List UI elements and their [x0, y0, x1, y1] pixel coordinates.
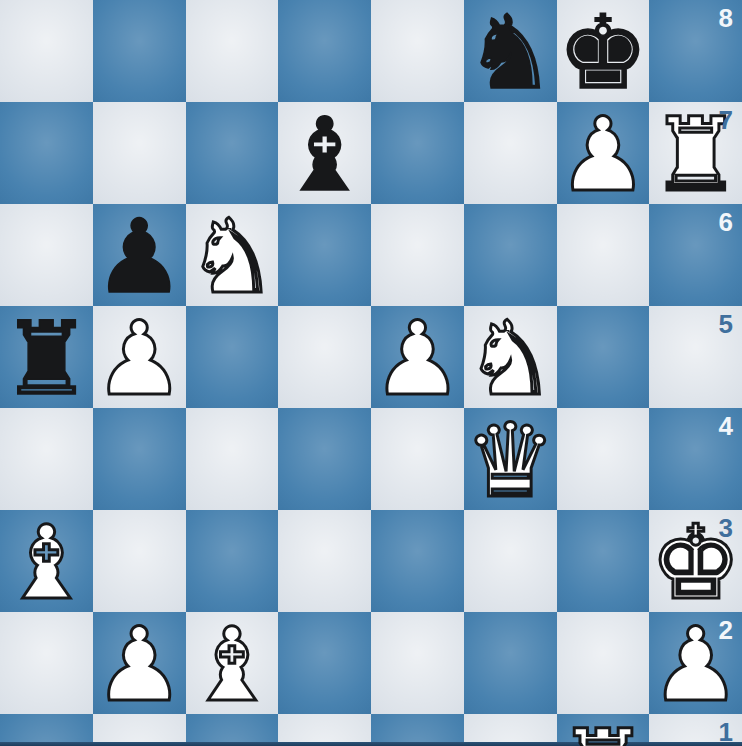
square-f6[interactable]: [464, 204, 557, 306]
piece-black-bishop[interactable]: ♝: [279, 104, 370, 206]
piece-white-knight[interactable]: ♞: [186, 206, 277, 308]
square-f8[interactable]: ♞: [464, 0, 557, 102]
square-c4[interactable]: [186, 408, 279, 510]
square-e5[interactable]: ♟: [371, 306, 464, 408]
square-h2[interactable]: 2♟: [649, 612, 742, 714]
piece-white-queen[interactable]: ♛: [464, 410, 555, 512]
square-a5[interactable]: ♜: [0, 306, 93, 408]
square-h3[interactable]: 3♚: [649, 510, 742, 612]
rank-label-5: 5: [719, 311, 733, 337]
square-d5[interactable]: [278, 306, 371, 408]
piece-white-pawn[interactable]: ♟: [93, 614, 184, 716]
piece-black-pawn[interactable]: ♟: [93, 206, 184, 308]
square-a6[interactable]: [0, 204, 93, 306]
square-c7[interactable]: [186, 102, 279, 204]
square-a2[interactable]: [0, 612, 93, 714]
square-b7[interactable]: [93, 102, 186, 204]
square-c6[interactable]: ♞: [186, 204, 279, 306]
square-c2[interactable]: ♝: [186, 612, 279, 714]
square-b3[interactable]: [93, 510, 186, 612]
square-e6[interactable]: [371, 204, 464, 306]
piece-white-pawn[interactable]: ♟: [557, 104, 648, 206]
square-h7[interactable]: 7♜: [649, 102, 742, 204]
square-d4[interactable]: [278, 408, 371, 510]
square-g6[interactable]: [557, 204, 650, 306]
square-b8[interactable]: [93, 0, 186, 102]
square-e2[interactable]: [371, 612, 464, 714]
square-d7[interactable]: ♝: [278, 102, 371, 204]
square-b2[interactable]: ♟: [93, 612, 186, 714]
square-h5[interactable]: 5: [649, 306, 742, 408]
square-d6[interactable]: [278, 204, 371, 306]
square-f5[interactable]: ♞: [464, 306, 557, 408]
square-f3[interactable]: [464, 510, 557, 612]
square-b6[interactable]: ♟: [93, 204, 186, 306]
square-h8[interactable]: 8: [649, 0, 742, 102]
square-e4[interactable]: [371, 408, 464, 510]
square-g3[interactable]: [557, 510, 650, 612]
rank-label-8: 8: [719, 5, 733, 31]
square-g2[interactable]: [557, 612, 650, 714]
square-c8[interactable]: [186, 0, 279, 102]
square-g4[interactable]: [557, 408, 650, 510]
piece-white-pawn[interactable]: ♟: [372, 308, 463, 410]
piece-white-pawn[interactable]: ♟: [93, 308, 184, 410]
piece-black-rook[interactable]: ♜: [1, 308, 92, 410]
square-g5[interactable]: [557, 306, 650, 408]
square-f4[interactable]: ♛: [464, 408, 557, 510]
square-h4[interactable]: 4: [649, 408, 742, 510]
square-b5[interactable]: ♟: [93, 306, 186, 408]
square-d3[interactable]: [278, 510, 371, 612]
piece-white-rook[interactable]: ♜: [557, 716, 648, 746]
rank-label-3: 3: [719, 515, 733, 541]
chess-board: ♞♚8♝♟7♜♟♞6♜♟♟♞5♛4♝3♚♟♝2♟abcdefg♜1h: [0, 0, 742, 742]
square-a8[interactable]: [0, 0, 93, 102]
square-a4[interactable]: [0, 408, 93, 510]
square-h6[interactable]: 6: [649, 204, 742, 306]
square-e8[interactable]: [371, 0, 464, 102]
square-a7[interactable]: [0, 102, 93, 204]
square-b4[interactable]: [93, 408, 186, 510]
square-f2[interactable]: [464, 612, 557, 714]
chess-board-widget: ♞♚8♝♟7♜♟♞6♜♟♟♞5♛4♝3♚♟♝2♟abcdefg♜1h: [0, 0, 742, 746]
rank-label-4: 4: [719, 413, 733, 439]
square-c3[interactable]: [186, 510, 279, 612]
square-g1[interactable]: g♜: [557, 714, 650, 746]
rank-label-7: 7: [719, 107, 733, 133]
rank-label-1: 1: [719, 719, 733, 745]
piece-black-knight[interactable]: ♞: [464, 2, 555, 104]
square-d8[interactable]: [278, 0, 371, 102]
piece-white-bishop[interactable]: ♝: [1, 512, 92, 614]
rank-label-2: 2: [719, 617, 733, 643]
piece-white-knight[interactable]: ♞: [464, 308, 555, 410]
rank-label-6: 6: [719, 209, 733, 235]
square-g8[interactable]: ♚: [557, 0, 650, 102]
square-e7[interactable]: [371, 102, 464, 204]
piece-white-bishop[interactable]: ♝: [186, 614, 277, 716]
square-g7[interactable]: ♟: [557, 102, 650, 204]
square-e3[interactable]: [371, 510, 464, 612]
piece-black-king[interactable]: ♚: [557, 2, 648, 104]
square-a3[interactable]: ♝: [0, 510, 93, 612]
square-f7[interactable]: [464, 102, 557, 204]
square-d2[interactable]: [278, 612, 371, 714]
square-c5[interactable]: [186, 306, 279, 408]
